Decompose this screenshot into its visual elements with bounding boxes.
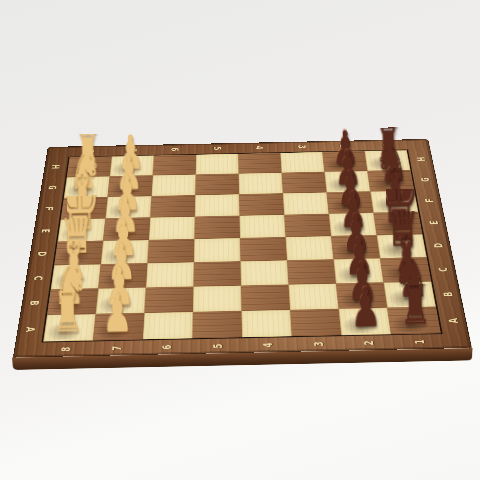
square-e5[interactable]: [194, 216, 240, 239]
black-rook-a1[interactable]: ♜: [401, 284, 429, 334]
square-d5[interactable]: [194, 238, 241, 262]
far-label-4: 4: [250, 138, 268, 158]
square-a1[interactable]: ♜: [387, 307, 440, 334]
board-tilt-wrapper: 87654321 87654321 HGFEDCBA HGFEDCBA ♜♟♟♜…: [0, 0, 480, 480]
square-g5[interactable]: [195, 174, 239, 196]
far-label-7: 7: [123, 140, 142, 160]
square-b4[interactable]: [241, 285, 290, 311]
square-a8[interactable]: ♜: [43, 314, 95, 342]
white-rook-a8[interactable]: ♜: [53, 291, 81, 341]
black-pawn-a2[interactable]: ♟: [350, 285, 382, 335]
square-b3[interactable]: [288, 284, 338, 310]
far-label-5: 5: [208, 139, 226, 159]
square-d3[interactable]: [286, 236, 334, 260]
square-f4[interactable]: [239, 193, 284, 215]
square-g3[interactable]: [282, 172, 327, 194]
far-label-6: 6: [165, 139, 183, 159]
square-f6[interactable]: [150, 195, 195, 217]
square-e6[interactable]: [149, 217, 195, 240]
square-f3[interactable]: [283, 192, 329, 214]
square-g6[interactable]: [151, 174, 195, 196]
square-a4[interactable]: [241, 310, 291, 337]
square-a7[interactable]: ♟: [93, 313, 144, 341]
square-c4[interactable]: [240, 260, 288, 285]
square-b6[interactable]: [144, 287, 193, 313]
square-b5[interactable]: [193, 286, 242, 312]
square-c3[interactable]: [287, 259, 336, 284]
square-e4[interactable]: [239, 215, 285, 238]
square-a2[interactable]: ♟: [339, 308, 391, 335]
photo-background: 87654321 87654321 HGFEDCBA HGFEDCBA ♜♟♟♜…: [0, 0, 480, 480]
white-pawn-a7[interactable]: ♟: [101, 290, 133, 340]
square-a3[interactable]: [290, 309, 341, 336]
square-g4[interactable]: [239, 173, 283, 195]
square-a5[interactable]: [192, 311, 242, 339]
square-d4[interactable]: [240, 237, 287, 261]
square-e3[interactable]: [284, 214, 331, 237]
square-f5[interactable]: [195, 194, 240, 216]
far-label-3: 3: [292, 137, 311, 157]
far-label-2: 2: [334, 136, 354, 156]
square-c6[interactable]: [146, 262, 194, 287]
chess-board: 87654321 87654321 HGFEDCBA HGFEDCBA ♜♟♟♜…: [13, 139, 472, 358]
playing-area: ♜♟♟♜♞♟♟♞♝♟♟♝♚♟♟♚♛♟♟♛♝♟♟♝♞♟♟♞♜♟♟♜: [41, 150, 442, 343]
square-d6[interactable]: [147, 239, 194, 263]
square-c5[interactable]: [193, 261, 241, 286]
square-a6[interactable]: [143, 312, 193, 340]
